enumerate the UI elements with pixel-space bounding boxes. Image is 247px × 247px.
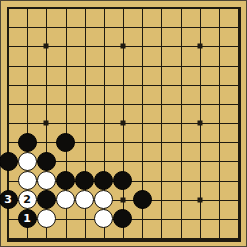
black-stone[interactable] — [133, 190, 152, 209]
move-number: 1 — [23, 213, 31, 224]
white-stone[interactable] — [94, 209, 113, 228]
white-stone[interactable] — [37, 209, 56, 228]
black-stone[interactable] — [113, 209, 132, 228]
stones-layer: 321 — [0, 0, 247, 247]
goban[interactable]: 321 — [0, 0, 247, 247]
white-stone[interactable] — [94, 190, 113, 209]
black-stone[interactable] — [94, 171, 113, 190]
black-stone[interactable] — [37, 190, 56, 209]
black-stone[interactable] — [75, 171, 94, 190]
white-stone[interactable] — [37, 171, 56, 190]
black-stone[interactable] — [18, 133, 37, 152]
move-number: 2 — [23, 194, 31, 205]
move-number: 3 — [4, 194, 12, 205]
black-stone[interactable] — [0, 152, 18, 171]
black-stone[interactable] — [113, 171, 132, 190]
white-stone[interactable] — [18, 152, 37, 171]
black-stone[interactable] — [37, 152, 56, 171]
white-stone[interactable] — [56, 190, 75, 209]
white-stone[interactable] — [18, 171, 37, 190]
black-stone[interactable] — [56, 133, 75, 152]
white-stone[interactable] — [75, 190, 94, 209]
go-diagram: 321 — [0, 0, 247, 247]
black-stone[interactable] — [56, 171, 75, 190]
black-stone[interactable]: 1 — [18, 209, 37, 228]
white-stone[interactable]: 2 — [18, 190, 37, 209]
black-stone[interactable]: 3 — [0, 190, 18, 209]
